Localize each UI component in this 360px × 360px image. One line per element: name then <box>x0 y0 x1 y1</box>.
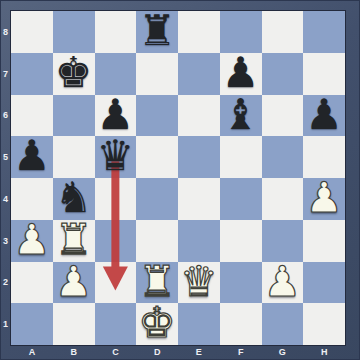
square-b6[interactable] <box>53 95 95 137</box>
rank-label-3: 3 <box>0 220 11 262</box>
file-label-b: B <box>53 345 95 359</box>
square-f4[interactable] <box>220 178 262 220</box>
square-h8[interactable] <box>303 11 345 53</box>
square-h5[interactable] <box>303 136 345 178</box>
square-g4[interactable] <box>262 178 304 220</box>
rank-label-7: 7 <box>0 53 11 95</box>
square-a2[interactable] <box>11 262 53 304</box>
square-d4[interactable] <box>136 178 178 220</box>
piece-black-pawn-h6[interactable]: ♟ <box>303 94 345 136</box>
piece-white-pawn-b2[interactable]: ♟ <box>53 261 95 303</box>
square-c8[interactable] <box>95 11 137 53</box>
square-d6[interactable] <box>136 95 178 137</box>
square-f1[interactable] <box>220 303 262 345</box>
square-g7[interactable] <box>262 53 304 95</box>
piece-white-rook-b3[interactable]: ♜ <box>53 219 95 261</box>
square-e4[interactable] <box>178 178 220 220</box>
square-b8[interactable] <box>53 11 95 53</box>
square-e6[interactable] <box>178 95 220 137</box>
square-a6[interactable] <box>11 95 53 137</box>
piece-white-pawn-h4[interactable]: ♟ <box>303 177 345 219</box>
square-e7[interactable] <box>178 53 220 95</box>
square-d5[interactable] <box>136 136 178 178</box>
square-d3[interactable] <box>136 220 178 262</box>
square-e5[interactable] <box>178 136 220 178</box>
piece-black-pawn-a5[interactable]: ♟ <box>11 135 53 177</box>
square-b1[interactable] <box>53 303 95 345</box>
square-c1[interactable] <box>95 303 137 345</box>
square-g3[interactable] <box>262 220 304 262</box>
square-d7[interactable] <box>136 53 178 95</box>
file-label-c: C <box>95 345 137 359</box>
piece-black-rook-d8[interactable]: ♜ <box>136 10 178 52</box>
square-c3[interactable] <box>95 220 137 262</box>
piece-black-knight-b4[interactable]: ♞ <box>53 177 95 219</box>
square-f8[interactable] <box>220 11 262 53</box>
file-label-e: E <box>178 345 220 359</box>
file-label-h: H <box>303 345 345 359</box>
piece-white-queen-e2[interactable]: ♛ <box>178 261 220 303</box>
piece-white-rook-d2[interactable]: ♜ <box>136 261 178 303</box>
square-h7[interactable] <box>303 53 345 95</box>
rank-label-5: 5 <box>0 136 11 178</box>
file-label-f: F <box>220 345 262 359</box>
square-a4[interactable] <box>11 178 53 220</box>
piece-black-pawn-c6[interactable]: ♟ <box>95 94 137 136</box>
piece-black-pawn-f7[interactable]: ♟ <box>220 52 262 94</box>
square-g8[interactable] <box>262 11 304 53</box>
rank-label-2: 2 <box>0 262 11 304</box>
rank-label-6: 6 <box>0 95 11 137</box>
file-label-g: G <box>262 345 304 359</box>
square-g1[interactable] <box>262 303 304 345</box>
square-h3[interactable] <box>303 220 345 262</box>
square-g6[interactable] <box>262 95 304 137</box>
square-e8[interactable] <box>178 11 220 53</box>
square-a8[interactable] <box>11 11 53 53</box>
square-h2[interactable] <box>303 262 345 304</box>
square-e3[interactable] <box>178 220 220 262</box>
piece-black-queen-c5[interactable]: ♛ <box>95 135 137 177</box>
square-h1[interactable] <box>303 303 345 345</box>
square-g5[interactable] <box>262 136 304 178</box>
file-label-a: A <box>11 345 53 359</box>
square-b5[interactable] <box>53 136 95 178</box>
chess-board-frame: ♜♚♟♟♝♟♟♛♞♟♟♜♟♜♛♟♚ 87654321ABCDEFGH <box>0 0 360 360</box>
rank-label-4: 4 <box>0 178 11 220</box>
square-f3[interactable] <box>220 220 262 262</box>
square-e1[interactable] <box>178 303 220 345</box>
piece-white-pawn-a3[interactable]: ♟ <box>11 219 53 261</box>
piece-white-pawn-g2[interactable]: ♟ <box>262 261 304 303</box>
square-c2[interactable] <box>95 262 137 304</box>
square-c4[interactable] <box>95 178 137 220</box>
piece-black-bishop-f6[interactable]: ♝ <box>220 94 262 136</box>
piece-white-king-d1[interactable]: ♚ <box>136 302 178 344</box>
square-f5[interactable] <box>220 136 262 178</box>
square-a1[interactable] <box>11 303 53 345</box>
piece-black-king-b7[interactable]: ♚ <box>53 52 95 94</box>
square-f2[interactable] <box>220 262 262 304</box>
square-a7[interactable] <box>11 53 53 95</box>
rank-label-8: 8 <box>0 11 11 53</box>
square-c7[interactable] <box>95 53 137 95</box>
rank-label-1: 1 <box>0 303 11 345</box>
